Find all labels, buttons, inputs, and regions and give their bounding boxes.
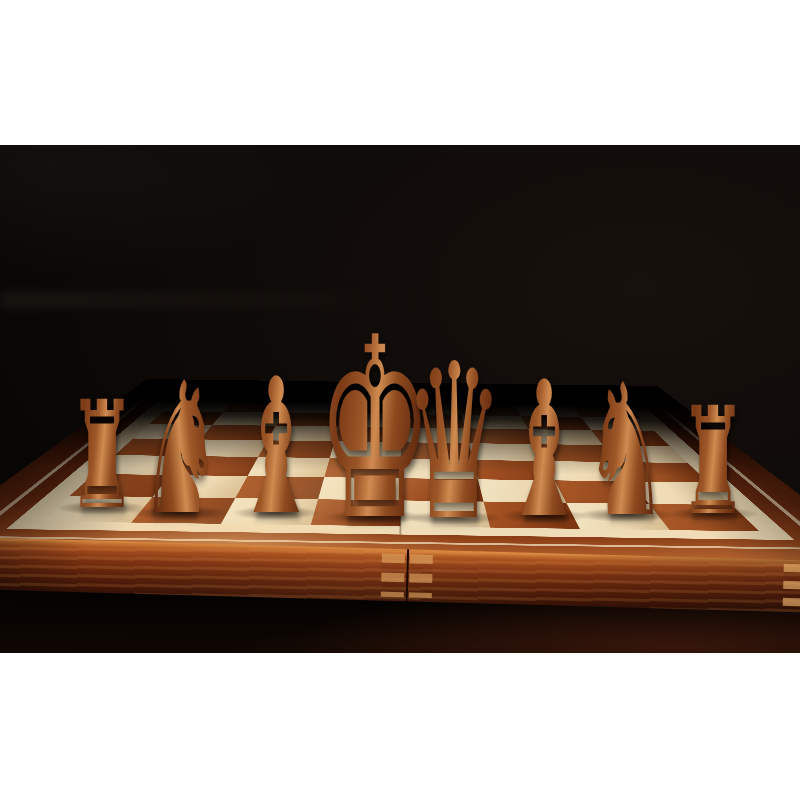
piece-bishop-c1[interactable]: ♝: [232, 354, 319, 541]
letterbox-bottom: [0, 653, 800, 800]
box-joint-right-corner: [783, 564, 800, 608]
piece-rook-h1[interactable]: ♜: [679, 388, 748, 536]
piece-knight-b1[interactable]: ♞: [139, 358, 224, 540]
piece-knight-g1[interactable]: ♞: [584, 360, 669, 542]
piece-queen-e1[interactable]: ♛: [404, 335, 504, 550]
chess-photo-scene: ♜ ♞ ♝ ♚ ♛ ♝ ♞ ♜: [0, 145, 800, 653]
piece-bishop-f1[interactable]: ♝: [500, 357, 587, 544]
piece-rook-a1[interactable]: ♜: [68, 382, 137, 530]
letterbox-top: [0, 0, 800, 145]
